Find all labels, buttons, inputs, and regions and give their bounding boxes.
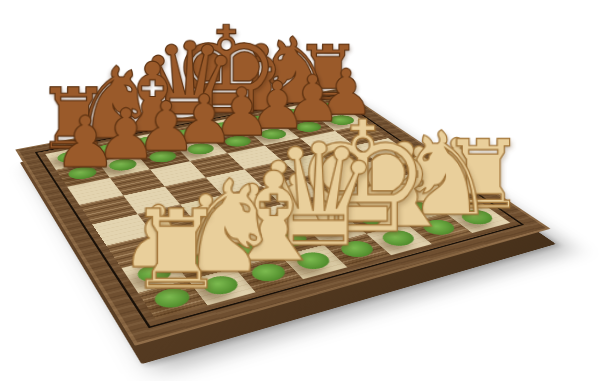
pawn-glyph: ♟ — [16, 107, 154, 178]
board-squares: ♜♞♝♛♚♝♞♜♟♟♟♟♟♟♟♟♟♟♟♟♟♟♟♟♜♞♝♛♚♝♞♜ — [45, 99, 510, 320]
perspective-wrapper: ♜♞♝♛♚♝♞♜♟♟♟♟♟♟♟♟♟♟♟♟♟♟♟♟♜♞♝♛♚♝♞♜ — [0, 0, 600, 381]
square-a7[interactable]: ♟ — [56, 162, 109, 187]
square-a1[interactable]: ♜ — [138, 280, 207, 320]
board-pinstripe-inlay: ♜♞♝♛♚♝♞♜♟♟♟♟♟♟♟♟♟♟♟♟♟♟♟♟♜♞♝♛♚♝♞♜ — [35, 95, 524, 328]
chess-set-photo: ♜♞♝♛♚♝♞♜♟♟♟♟♟♟♟♟♟♟♟♟♟♟♟♟♜♞♝♛♚♝♞♜ — [0, 0, 600, 381]
rook-glyph: ♜ — [90, 196, 263, 305]
